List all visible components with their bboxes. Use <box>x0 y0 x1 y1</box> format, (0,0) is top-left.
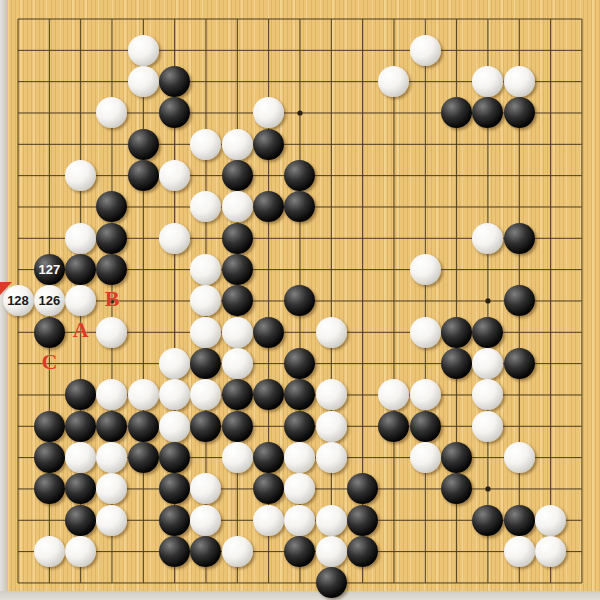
white-stone <box>535 505 566 536</box>
white-stone <box>472 411 503 442</box>
black-stone <box>128 160 159 191</box>
black-stone <box>347 505 378 536</box>
variation-label-c[interactable]: C <box>34 346 65 377</box>
black-stone <box>222 254 253 285</box>
white-stone <box>504 66 535 97</box>
black-stone <box>128 442 159 473</box>
move-number-label: 128 <box>7 294 29 307</box>
white-stone <box>535 536 566 567</box>
black-stone <box>222 223 253 254</box>
white-stone <box>128 66 159 97</box>
white-stone <box>410 35 441 66</box>
white-stone <box>222 536 253 567</box>
white-stone <box>410 442 441 473</box>
black-stone <box>472 505 503 536</box>
black-stone <box>410 411 441 442</box>
move-number-label: 126 <box>38 294 60 307</box>
white-stone <box>128 35 159 66</box>
black-stone <box>253 129 284 160</box>
white-stone <box>159 411 190 442</box>
black-stone <box>159 505 190 536</box>
white-stone <box>253 505 284 536</box>
black-stone <box>504 348 535 379</box>
go-board[interactable]: 127128126 ABC <box>0 0 600 600</box>
last-move-marker <box>0 282 12 295</box>
black-stone <box>65 505 96 536</box>
white-stone <box>34 536 65 567</box>
black-stone <box>441 317 472 348</box>
black-stone <box>34 442 65 473</box>
black-stone <box>222 411 253 442</box>
black-stone <box>253 317 284 348</box>
white-stone <box>159 223 190 254</box>
black-stone <box>34 317 65 348</box>
white-stone <box>410 317 441 348</box>
white-stone <box>316 505 347 536</box>
white-stone <box>222 442 253 473</box>
black-stone <box>504 505 535 536</box>
white-stone <box>222 348 253 379</box>
white-stone <box>65 223 96 254</box>
white-stone <box>410 254 441 285</box>
white-stone <box>316 536 347 567</box>
black-stone <box>128 411 159 442</box>
white-stone <box>504 442 535 473</box>
black-stone <box>504 223 535 254</box>
move-number-label: 127 <box>38 263 60 276</box>
white-stone <box>222 317 253 348</box>
white-stone <box>316 442 347 473</box>
variation-label-b[interactable]: B <box>96 283 127 314</box>
black-stone <box>128 129 159 160</box>
white-stone <box>316 317 347 348</box>
black-stone <box>34 411 65 442</box>
black-stone: 127 <box>34 254 65 285</box>
variation-label-a[interactable]: A <box>65 315 96 346</box>
white-stone <box>316 411 347 442</box>
white-stone <box>222 129 253 160</box>
black-stone <box>222 160 253 191</box>
black-stone <box>65 411 96 442</box>
black-stone <box>441 442 472 473</box>
white-stone <box>504 536 535 567</box>
